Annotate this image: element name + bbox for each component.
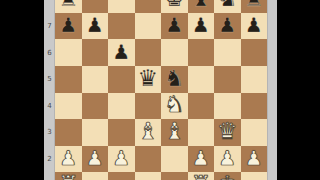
piece-black-pawn: ♟ xyxy=(245,15,263,35)
board-right-edge-strip xyxy=(267,0,277,180)
square-a1: ♜ xyxy=(55,172,82,180)
square-c8 xyxy=(108,0,135,13)
square-h2: ♟ xyxy=(241,146,268,173)
rank-label-4: 4 xyxy=(44,101,55,111)
square-h1 xyxy=(241,172,268,180)
square-g1: ♚ xyxy=(214,172,241,180)
square-g3: ♛ xyxy=(214,119,241,146)
square-e3: ♝ xyxy=(161,119,188,146)
piece-white-rook: ♜ xyxy=(58,173,79,180)
square-c4 xyxy=(108,93,135,120)
piece-white-pawn: ♟ xyxy=(192,148,210,168)
square-e7: ♟ xyxy=(161,13,188,40)
square-a6 xyxy=(55,39,82,66)
square-g4 xyxy=(214,93,241,120)
square-f1: ♜ xyxy=(188,172,215,180)
piece-black-pawn: ♟ xyxy=(165,15,183,35)
piece-black-knight: ♞ xyxy=(164,67,185,90)
letterboxed-video-frame: 765432 ♜♚♝♞♜♟♟♟♟♟♟♟♛♞♞♝♝♛♟♟♟♟♟♟♜♜♚ xyxy=(0,0,320,180)
square-d6 xyxy=(135,39,162,66)
piece-white-pawn: ♟ xyxy=(218,148,236,168)
square-d7 xyxy=(135,13,162,40)
square-g2: ♟ xyxy=(214,146,241,173)
piece-black-rook: ♜ xyxy=(243,0,264,10)
square-c6: ♟ xyxy=(108,39,135,66)
square-c3 xyxy=(108,119,135,146)
square-d3: ♝ xyxy=(135,119,162,146)
square-d1 xyxy=(135,172,162,180)
rank-label-2: 2 xyxy=(44,154,55,164)
square-g6 xyxy=(214,39,241,66)
square-h4 xyxy=(241,93,268,120)
square-f6 xyxy=(188,39,215,66)
square-b1 xyxy=(82,172,109,180)
square-c1 xyxy=(108,172,135,180)
piece-white-king: ♚ xyxy=(217,173,238,180)
square-h8: ♜ xyxy=(241,0,268,13)
square-e4: ♞ xyxy=(161,93,188,120)
square-c7 xyxy=(108,13,135,40)
square-b2: ♟ xyxy=(82,146,109,173)
square-a2: ♟ xyxy=(55,146,82,173)
square-d2 xyxy=(135,146,162,173)
rank-label-6: 6 xyxy=(44,48,55,58)
piece-black-rook: ♜ xyxy=(58,0,79,10)
square-a7: ♟ xyxy=(55,13,82,40)
square-b8 xyxy=(82,0,109,13)
square-h3 xyxy=(241,119,268,146)
piece-white-pawn: ♟ xyxy=(86,148,104,168)
square-e6 xyxy=(161,39,188,66)
square-f2: ♟ xyxy=(188,146,215,173)
piece-black-queen: ♛ xyxy=(137,67,158,90)
square-g8: ♞ xyxy=(214,0,241,13)
piece-white-pawn: ♟ xyxy=(245,148,263,168)
square-f7: ♟ xyxy=(188,13,215,40)
square-g7: ♟ xyxy=(214,13,241,40)
square-a8: ♜ xyxy=(55,0,82,13)
chess-board: ♜♚♝♞♜♟♟♟♟♟♟♟♛♞♞♝♝♛♟♟♟♟♟♟♜♜♚ xyxy=(55,0,267,180)
square-b3 xyxy=(82,119,109,146)
square-b6 xyxy=(82,39,109,66)
piece-white-bishop: ♝ xyxy=(164,120,185,143)
square-f5 xyxy=(188,66,215,93)
square-f4 xyxy=(188,93,215,120)
square-e8: ♚ xyxy=(161,0,188,13)
piece-white-pawn: ♟ xyxy=(59,148,77,168)
rank-label-7: 7 xyxy=(44,21,55,31)
piece-white-queen: ♛ xyxy=(217,120,238,143)
rank-label-5: 5 xyxy=(44,74,55,84)
square-a4 xyxy=(55,93,82,120)
piece-white-pawn: ♟ xyxy=(112,148,130,168)
rank-label-strip: 765432 xyxy=(44,0,55,180)
square-a3 xyxy=(55,119,82,146)
square-d8 xyxy=(135,0,162,13)
square-f8: ♝ xyxy=(188,0,215,13)
square-e2 xyxy=(161,146,188,173)
piece-black-pawn: ♟ xyxy=(86,15,104,35)
piece-black-bishop: ♝ xyxy=(190,0,211,10)
square-h6 xyxy=(241,39,268,66)
piece-white-bishop: ♝ xyxy=(137,120,158,143)
piece-black-pawn: ♟ xyxy=(112,42,130,62)
piece-black-king: ♚ xyxy=(164,0,185,10)
square-e1 xyxy=(161,172,188,180)
square-e5: ♞ xyxy=(161,66,188,93)
piece-black-pawn: ♟ xyxy=(218,15,236,35)
square-a5 xyxy=(55,66,82,93)
square-b4 xyxy=(82,93,109,120)
piece-white-rook: ♜ xyxy=(190,173,211,180)
square-c5 xyxy=(108,66,135,93)
square-d4 xyxy=(135,93,162,120)
piece-black-pawn: ♟ xyxy=(192,15,210,35)
square-h5 xyxy=(241,66,268,93)
piece-white-knight: ♞ xyxy=(164,93,185,116)
square-d5: ♛ xyxy=(135,66,162,93)
rank-label-3: 3 xyxy=(44,127,55,137)
square-c2: ♟ xyxy=(108,146,135,173)
square-h7: ♟ xyxy=(241,13,268,40)
piece-black-knight: ♞ xyxy=(217,0,238,10)
square-b7: ♟ xyxy=(82,13,109,40)
square-b5 xyxy=(82,66,109,93)
square-g5 xyxy=(214,66,241,93)
square-f3 xyxy=(188,119,215,146)
piece-black-pawn: ♟ xyxy=(59,15,77,35)
